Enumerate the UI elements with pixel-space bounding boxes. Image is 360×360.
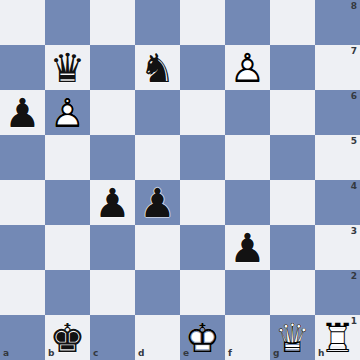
piece-white-pawn-b6[interactable]: ♟♙ xyxy=(45,90,90,135)
chess-board: 8♛♞♟♙7♟♟♙65♟♟4♟32ab♚cde♚♔fg♛♕1h♜♖ xyxy=(0,0,360,360)
square-c6[interactable] xyxy=(90,90,135,135)
square-f2[interactable] xyxy=(225,270,270,315)
square-g3[interactable] xyxy=(270,225,315,270)
square-h8[interactable]: 8 xyxy=(315,0,360,45)
rank-label-5: 5 xyxy=(351,137,357,146)
piece-black-queen-b7[interactable]: ♛ xyxy=(45,45,90,90)
square-a8[interactable] xyxy=(0,0,45,45)
piece-white-queen-g1[interactable]: ♛♕ xyxy=(270,315,315,360)
square-g2[interactable] xyxy=(270,270,315,315)
square-e5[interactable] xyxy=(180,135,225,180)
square-e1[interactable]: e♚♔ xyxy=(180,315,225,360)
square-f1[interactable]: f xyxy=(225,315,270,360)
square-d1[interactable]: d xyxy=(135,315,180,360)
piece-white-rook-h1[interactable]: ♜♖ xyxy=(315,315,360,360)
square-a2[interactable] xyxy=(0,270,45,315)
square-b8[interactable] xyxy=(45,0,90,45)
white-queen-outline-icon: ♕ xyxy=(270,315,315,360)
square-a4[interactable] xyxy=(0,180,45,225)
rank-label-7: 7 xyxy=(351,47,357,56)
white-pawn-outline-icon: ♙ xyxy=(45,90,90,135)
black-pawn-icon: ♟ xyxy=(0,90,45,135)
square-f6[interactable] xyxy=(225,90,270,135)
square-h7[interactable]: 7 xyxy=(315,45,360,90)
white-king-outline-icon: ♔ xyxy=(180,315,225,360)
square-c8[interactable] xyxy=(90,0,135,45)
square-h6[interactable]: 6 xyxy=(315,90,360,135)
square-a6[interactable]: ♟ xyxy=(0,90,45,135)
square-g5[interactable] xyxy=(270,135,315,180)
file-label-d: d xyxy=(138,349,144,358)
square-b1[interactable]: b♚ xyxy=(45,315,90,360)
square-f3[interactable]: ♟ xyxy=(225,225,270,270)
rank-label-8: 8 xyxy=(351,2,357,11)
square-d6[interactable] xyxy=(135,90,180,135)
square-a3[interactable] xyxy=(0,225,45,270)
piece-black-pawn-d4[interactable]: ♟ xyxy=(135,180,180,225)
square-h3[interactable]: 3 xyxy=(315,225,360,270)
square-c5[interactable] xyxy=(90,135,135,180)
square-b3[interactable] xyxy=(45,225,90,270)
rank-label-6: 6 xyxy=(351,92,357,101)
square-h5[interactable]: 5 xyxy=(315,135,360,180)
piece-black-knight-d7[interactable]: ♞ xyxy=(135,45,180,90)
file-label-a: a xyxy=(3,349,9,358)
square-c4[interactable]: ♟ xyxy=(90,180,135,225)
piece-black-pawn-c4[interactable]: ♟ xyxy=(90,180,135,225)
piece-white-king-e1[interactable]: ♚♔ xyxy=(180,315,225,360)
square-g8[interactable] xyxy=(270,0,315,45)
square-h2[interactable]: 2 xyxy=(315,270,360,315)
square-h1[interactable]: 1h♜♖ xyxy=(315,315,360,360)
square-c7[interactable] xyxy=(90,45,135,90)
square-e2[interactable] xyxy=(180,270,225,315)
white-pawn-outline-icon: ♙ xyxy=(225,45,270,90)
file-label-c: c xyxy=(93,349,98,358)
rank-label-4: 4 xyxy=(351,182,357,191)
square-g7[interactable] xyxy=(270,45,315,90)
piece-black-king-b1[interactable]: ♚ xyxy=(45,315,90,360)
square-h4[interactable]: 4 xyxy=(315,180,360,225)
square-d7[interactable]: ♞ xyxy=(135,45,180,90)
square-a5[interactable] xyxy=(0,135,45,180)
square-g1[interactable]: g♛♕ xyxy=(270,315,315,360)
square-e7[interactable] xyxy=(180,45,225,90)
square-g6[interactable] xyxy=(270,90,315,135)
square-f7[interactable]: ♟♙ xyxy=(225,45,270,90)
square-b4[interactable] xyxy=(45,180,90,225)
piece-black-pawn-f3[interactable]: ♟ xyxy=(225,225,270,270)
square-g4[interactable] xyxy=(270,180,315,225)
black-pawn-icon: ♟ xyxy=(225,225,270,270)
square-c1[interactable]: c xyxy=(90,315,135,360)
square-d4[interactable]: ♟ xyxy=(135,180,180,225)
square-d8[interactable] xyxy=(135,0,180,45)
square-e6[interactable] xyxy=(180,90,225,135)
square-a7[interactable] xyxy=(0,45,45,90)
square-f5[interactable] xyxy=(225,135,270,180)
square-c3[interactable] xyxy=(90,225,135,270)
square-a1[interactable]: a xyxy=(0,315,45,360)
file-label-f: f xyxy=(228,349,232,358)
square-c2[interactable] xyxy=(90,270,135,315)
square-e3[interactable] xyxy=(180,225,225,270)
rank-label-2: 2 xyxy=(351,272,357,281)
piece-white-pawn-f7[interactable]: ♟♙ xyxy=(225,45,270,90)
square-f8[interactable] xyxy=(225,0,270,45)
black-queen-icon: ♛ xyxy=(45,45,90,90)
black-king-icon: ♚ xyxy=(45,315,90,360)
square-b5[interactable] xyxy=(45,135,90,180)
square-e4[interactable] xyxy=(180,180,225,225)
black-knight-icon: ♞ xyxy=(135,45,180,90)
white-rook-outline-icon: ♖ xyxy=(315,315,360,360)
piece-black-pawn-a6[interactable]: ♟ xyxy=(0,90,45,135)
square-f4[interactable] xyxy=(225,180,270,225)
black-pawn-icon: ♟ xyxy=(90,180,135,225)
square-d3[interactable] xyxy=(135,225,180,270)
square-d2[interactable] xyxy=(135,270,180,315)
square-d5[interactable] xyxy=(135,135,180,180)
rank-label-3: 3 xyxy=(351,227,357,236)
square-e8[interactable] xyxy=(180,0,225,45)
square-b7[interactable]: ♛ xyxy=(45,45,90,90)
black-pawn-icon: ♟ xyxy=(135,180,180,225)
square-b6[interactable]: ♟♙ xyxy=(45,90,90,135)
square-b2[interactable] xyxy=(45,270,90,315)
